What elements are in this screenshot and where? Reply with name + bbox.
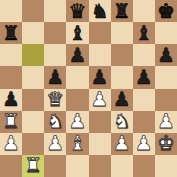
square-d3[interactable]: ♟ bbox=[66, 111, 88, 133]
square-e8[interactable]: ♞ bbox=[89, 0, 111, 22]
piece-black-pawn[interactable]: ♟ bbox=[113, 89, 131, 111]
square-f6[interactable] bbox=[111, 44, 133, 66]
square-d2[interactable]: ♝ bbox=[66, 133, 88, 155]
square-d7[interactable]: ♝ bbox=[66, 22, 88, 44]
square-c1[interactable] bbox=[44, 155, 66, 177]
piece-black-king[interactable]: ♚ bbox=[157, 0, 175, 22]
square-e5[interactable]: ♟ bbox=[89, 66, 111, 88]
piece-white-pawn[interactable]: ♟ bbox=[157, 111, 175, 133]
piece-white-pawn[interactable]: ♟ bbox=[46, 133, 64, 155]
square-e4[interactable]: ♟ bbox=[89, 89, 111, 111]
square-b2[interactable] bbox=[22, 133, 44, 155]
square-a4[interactable]: ♟ bbox=[0, 89, 22, 111]
square-a8[interactable] bbox=[0, 0, 22, 22]
piece-black-pawn[interactable]: ♟ bbox=[46, 66, 64, 88]
square-f7[interactable] bbox=[111, 22, 133, 44]
square-a6[interactable] bbox=[0, 44, 22, 66]
square-f5[interactable] bbox=[111, 66, 133, 88]
piece-black-pawn[interactable]: ♟ bbox=[91, 66, 109, 88]
square-d5[interactable] bbox=[66, 66, 88, 88]
piece-black-queen[interactable]: ♛ bbox=[68, 0, 86, 22]
square-b6[interactable] bbox=[22, 44, 44, 66]
chess-board: ♛♞♜♚♜♝♝♟♟♟♟♟♟♛♟♟♜♞♟♞♟♟♟♝♟♟♚♜ bbox=[0, 0, 177, 177]
piece-black-rook[interactable]: ♜ bbox=[113, 0, 131, 22]
piece-black-bishop[interactable]: ♝ bbox=[135, 22, 153, 44]
piece-white-rook[interactable]: ♜ bbox=[2, 111, 20, 133]
square-c6[interactable] bbox=[44, 44, 66, 66]
square-h8[interactable]: ♚ bbox=[155, 0, 177, 22]
square-b4[interactable] bbox=[22, 89, 44, 111]
piece-black-pawn[interactable]: ♟ bbox=[157, 44, 175, 66]
square-h2[interactable]: ♚ bbox=[155, 133, 177, 155]
square-e6[interactable] bbox=[89, 44, 111, 66]
square-e7[interactable] bbox=[89, 22, 111, 44]
piece-white-king[interactable]: ♚ bbox=[157, 133, 175, 155]
square-h3[interactable]: ♟ bbox=[155, 111, 177, 133]
square-c8[interactable] bbox=[44, 0, 66, 22]
piece-black-rook[interactable]: ♜ bbox=[2, 22, 20, 44]
piece-black-knight[interactable]: ♞ bbox=[91, 0, 109, 22]
square-b1[interactable]: ♜ bbox=[22, 155, 44, 177]
square-f1[interactable] bbox=[111, 155, 133, 177]
square-e1[interactable] bbox=[89, 155, 111, 177]
piece-white-pawn[interactable]: ♟ bbox=[135, 133, 153, 155]
piece-white-bishop[interactable]: ♝ bbox=[68, 133, 86, 155]
piece-black-bishop[interactable]: ♝ bbox=[68, 22, 86, 44]
piece-white-pawn[interactable]: ♟ bbox=[2, 133, 20, 155]
piece-black-pawn[interactable]: ♟ bbox=[68, 44, 86, 66]
square-a1[interactable] bbox=[0, 155, 22, 177]
square-a3[interactable]: ♜ bbox=[0, 111, 22, 133]
piece-black-pawn[interactable]: ♟ bbox=[2, 89, 20, 111]
square-c4[interactable]: ♛ bbox=[44, 89, 66, 111]
square-g4[interactable] bbox=[133, 89, 155, 111]
piece-white-knight[interactable]: ♞ bbox=[113, 111, 131, 133]
square-h5[interactable] bbox=[155, 66, 177, 88]
square-h6[interactable]: ♟ bbox=[155, 44, 177, 66]
square-e2[interactable] bbox=[89, 133, 111, 155]
square-a7[interactable]: ♜ bbox=[0, 22, 22, 44]
square-b8[interactable] bbox=[22, 0, 44, 22]
square-d8[interactable]: ♛ bbox=[66, 0, 88, 22]
piece-white-pawn[interactable]: ♟ bbox=[91, 89, 109, 111]
square-f3[interactable]: ♞ bbox=[111, 111, 133, 133]
square-a5[interactable] bbox=[0, 66, 22, 88]
square-h4[interactable] bbox=[155, 89, 177, 111]
square-d6[interactable]: ♟ bbox=[66, 44, 88, 66]
piece-white-knight[interactable]: ♞ bbox=[46, 111, 64, 133]
piece-white-rook[interactable]: ♜ bbox=[24, 155, 42, 177]
square-g2[interactable]: ♟ bbox=[133, 133, 155, 155]
square-c3[interactable]: ♞ bbox=[44, 111, 66, 133]
square-c5[interactable]: ♟ bbox=[44, 66, 66, 88]
square-c2[interactable]: ♟ bbox=[44, 133, 66, 155]
square-d4[interactable] bbox=[66, 89, 88, 111]
square-e3[interactable] bbox=[89, 111, 111, 133]
square-c7[interactable] bbox=[44, 22, 66, 44]
square-b3[interactable] bbox=[22, 111, 44, 133]
square-h7[interactable] bbox=[155, 22, 177, 44]
square-b5[interactable] bbox=[22, 66, 44, 88]
piece-white-queen[interactable]: ♛ bbox=[46, 89, 64, 111]
piece-black-pawn[interactable]: ♟ bbox=[135, 66, 153, 88]
piece-white-pawn[interactable]: ♟ bbox=[68, 111, 86, 133]
square-d1[interactable] bbox=[66, 155, 88, 177]
square-f4[interactable]: ♟ bbox=[111, 89, 133, 111]
square-g7[interactable]: ♝ bbox=[133, 22, 155, 44]
square-g5[interactable]: ♟ bbox=[133, 66, 155, 88]
square-a2[interactable]: ♟ bbox=[0, 133, 22, 155]
square-g8[interactable] bbox=[133, 0, 155, 22]
piece-white-pawn[interactable]: ♟ bbox=[113, 133, 131, 155]
square-g3[interactable] bbox=[133, 111, 155, 133]
square-f8[interactable]: ♜ bbox=[111, 0, 133, 22]
square-b7[interactable] bbox=[22, 22, 44, 44]
square-h1[interactable] bbox=[155, 155, 177, 177]
square-g1[interactable] bbox=[133, 155, 155, 177]
square-f2[interactable]: ♟ bbox=[111, 133, 133, 155]
square-g6[interactable] bbox=[133, 44, 155, 66]
